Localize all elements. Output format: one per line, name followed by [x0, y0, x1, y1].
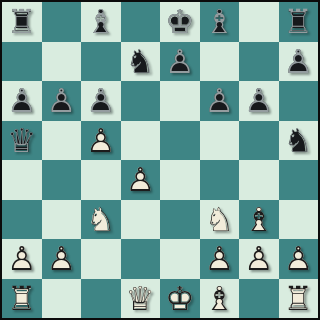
square-f3[interactable]: ♞♘: [200, 200, 240, 240]
square-f7[interactable]: [200, 42, 240, 82]
square-b4[interactable]: [42, 160, 82, 200]
square-a3[interactable]: [2, 200, 42, 240]
white-rook-a1: ♜♖: [2, 279, 42, 319]
square-b5[interactable]: [42, 121, 82, 161]
square-f6[interactable]: ♟♙: [200, 81, 240, 121]
square-g8[interactable]: [239, 2, 279, 42]
piece-glyph-detail: ♔: [160, 2, 200, 42]
piece-glyph-detail: ♘: [81, 200, 121, 240]
piece-glyph-detail: ♙: [239, 81, 279, 121]
white-pawn-f2: ♟♙: [200, 239, 240, 279]
square-h5[interactable]: ♞♘: [279, 121, 319, 161]
piece-glyph-detail: ♖: [2, 2, 42, 42]
square-c8[interactable]: ♝♗: [81, 2, 121, 42]
piece-glyph-detail: ♙: [81, 81, 121, 121]
square-h1[interactable]: ♜♖: [279, 279, 319, 319]
square-c7[interactable]: [81, 42, 121, 82]
square-g7[interactable]: [239, 42, 279, 82]
white-king-e1: ♚♔: [160, 279, 200, 319]
square-f1[interactable]: ♝♗: [200, 279, 240, 319]
black-pawn-c6: ♟♙: [81, 81, 121, 121]
square-a6[interactable]: ♟♙: [2, 81, 42, 121]
square-g2[interactable]: ♟♙: [239, 239, 279, 279]
black-bishop-f8: ♝♗: [200, 2, 240, 42]
piece-glyph-detail: ♘: [279, 121, 319, 161]
white-bishop-f1: ♝♗: [200, 279, 240, 319]
piece-glyph-detail: ♙: [239, 239, 279, 279]
square-c4[interactable]: [81, 160, 121, 200]
white-pawn-b2: ♟♙: [42, 239, 82, 279]
square-d8[interactable]: [121, 2, 161, 42]
square-d7[interactable]: ♞♘: [121, 42, 161, 82]
piece-glyph-detail: ♙: [121, 160, 161, 200]
square-c1[interactable]: [81, 279, 121, 319]
white-rook-h1: ♜♖: [279, 279, 319, 319]
square-b8[interactable]: [42, 2, 82, 42]
white-pawn-g2: ♟♙: [239, 239, 279, 279]
piece-glyph-detail: ♙: [160, 42, 200, 82]
square-e4[interactable]: [160, 160, 200, 200]
square-b7[interactable]: [42, 42, 82, 82]
square-h8[interactable]: ♜♖: [279, 2, 319, 42]
square-f4[interactable]: [200, 160, 240, 200]
square-g3[interactable]: ♝♗: [239, 200, 279, 240]
square-d3[interactable]: [121, 200, 161, 240]
square-a7[interactable]: [2, 42, 42, 82]
piece-glyph-detail: ♕: [2, 121, 42, 161]
piece-glyph-detail: ♙: [200, 81, 240, 121]
black-pawn-f6: ♟♙: [200, 81, 240, 121]
square-h7[interactable]: ♟♙: [279, 42, 319, 82]
square-a1[interactable]: ♜♖: [2, 279, 42, 319]
square-b1[interactable]: [42, 279, 82, 319]
piece-glyph-detail: ♘: [200, 200, 240, 240]
piece-glyph-detail: ♙: [2, 239, 42, 279]
piece-glyph-detail: ♖: [279, 2, 319, 42]
white-bishop-g3: ♝♗: [239, 200, 279, 240]
black-queen-a5: ♛♕: [2, 121, 42, 161]
square-c2[interactable]: [81, 239, 121, 279]
piece-glyph-detail: ♗: [239, 200, 279, 240]
piece-glyph-detail: ♙: [2, 81, 42, 121]
square-g4[interactable]: [239, 160, 279, 200]
square-b2[interactable]: ♟♙: [42, 239, 82, 279]
piece-glyph-detail: ♙: [42, 239, 82, 279]
square-a4[interactable]: [2, 160, 42, 200]
chess-board-frame: ♜♖♝♗♚♔♝♗♜♖♞♘♟♙♟♙♟♙♟♙♟♙♟♙♟♙♛♕♟♙♞♘♟♙♞♘♞♘♝♗…: [0, 0, 320, 320]
black-king-e8: ♚♔: [160, 2, 200, 42]
white-pawn-c5: ♟♙: [81, 121, 121, 161]
square-e6[interactable]: [160, 81, 200, 121]
square-g6[interactable]: ♟♙: [239, 81, 279, 121]
white-pawn-d4: ♟♙: [121, 160, 161, 200]
piece-glyph-detail: ♕: [121, 279, 161, 319]
square-g1[interactable]: [239, 279, 279, 319]
white-pawn-h2: ♟♙: [279, 239, 319, 279]
square-e1[interactable]: ♚♔: [160, 279, 200, 319]
black-rook-a8: ♜♖: [2, 2, 42, 42]
square-h2[interactable]: ♟♙: [279, 239, 319, 279]
square-h4[interactable]: [279, 160, 319, 200]
square-d1[interactable]: ♛♕: [121, 279, 161, 319]
white-knight-c3: ♞♘: [81, 200, 121, 240]
square-h3[interactable]: [279, 200, 319, 240]
square-f8[interactable]: ♝♗: [200, 2, 240, 42]
piece-glyph-detail: ♖: [2, 279, 42, 319]
black-knight-d7: ♞♘: [121, 42, 161, 82]
square-e7[interactable]: ♟♙: [160, 42, 200, 82]
piece-glyph-detail: ♙: [279, 239, 319, 279]
square-h6[interactable]: [279, 81, 319, 121]
white-queen-d1: ♛♕: [121, 279, 161, 319]
piece-glyph-detail: ♘: [121, 42, 161, 82]
piece-glyph-detail: ♙: [279, 42, 319, 82]
white-knight-f3: ♞♘: [200, 200, 240, 240]
square-b6[interactable]: ♟♙: [42, 81, 82, 121]
square-e8[interactable]: ♚♔: [160, 2, 200, 42]
piece-glyph-detail: ♗: [81, 2, 121, 42]
piece-glyph-detail: ♙: [81, 121, 121, 161]
square-d5[interactable]: [121, 121, 161, 161]
black-bishop-c8: ♝♗: [81, 2, 121, 42]
square-f5[interactable]: [200, 121, 240, 161]
square-e5[interactable]: [160, 121, 200, 161]
black-pawn-e7: ♟♙: [160, 42, 200, 82]
square-g5[interactable]: [239, 121, 279, 161]
black-rook-h8: ♜♖: [279, 2, 319, 42]
black-pawn-a6: ♟♙: [2, 81, 42, 121]
piece-glyph-detail: ♔: [160, 279, 200, 319]
piece-glyph-detail: ♙: [200, 239, 240, 279]
square-c6[interactable]: ♟♙: [81, 81, 121, 121]
square-f2[interactable]: ♟♙: [200, 239, 240, 279]
square-d6[interactable]: [121, 81, 161, 121]
square-a8[interactable]: ♜♖: [2, 2, 42, 42]
black-pawn-b6: ♟♙: [42, 81, 82, 121]
black-pawn-g6: ♟♙: [239, 81, 279, 121]
square-e3[interactable]: [160, 200, 200, 240]
white-pawn-a2: ♟♙: [2, 239, 42, 279]
chess-board: ♜♖♝♗♚♔♝♗♜♖♞♘♟♙♟♙♟♙♟♙♟♙♟♙♟♙♛♕♟♙♞♘♟♙♞♘♞♘♝♗…: [2, 2, 318, 318]
piece-glyph-detail: ♙: [42, 81, 82, 121]
black-knight-h5: ♞♘: [279, 121, 319, 161]
square-b3[interactable]: [42, 200, 82, 240]
square-a2[interactable]: ♟♙: [2, 239, 42, 279]
square-a5[interactable]: ♛♕: [2, 121, 42, 161]
black-pawn-h7: ♟♙: [279, 42, 319, 82]
square-d4[interactable]: ♟♙: [121, 160, 161, 200]
square-c3[interactable]: ♞♘: [81, 200, 121, 240]
piece-glyph-detail: ♖: [279, 279, 319, 319]
square-c5[interactable]: ♟♙: [81, 121, 121, 161]
piece-glyph-detail: ♗: [200, 279, 240, 319]
piece-glyph-detail: ♗: [200, 2, 240, 42]
square-e2[interactable]: [160, 239, 200, 279]
square-d2[interactable]: [121, 239, 161, 279]
